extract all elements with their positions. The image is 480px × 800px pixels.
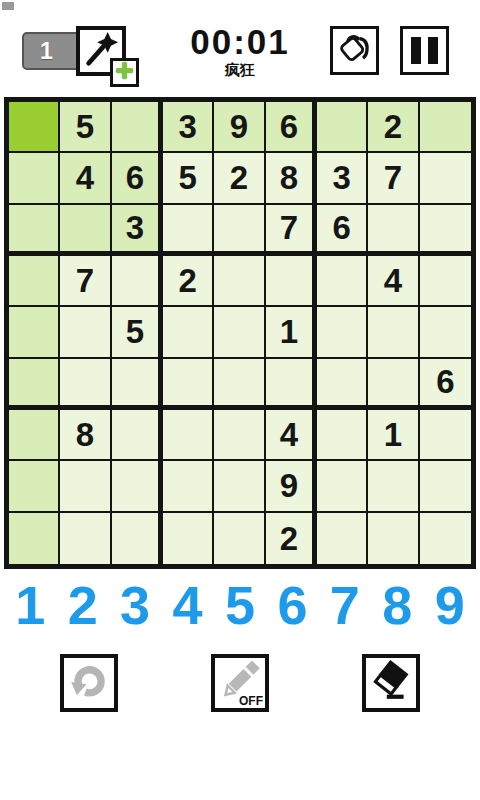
sudoku-cell-r8c5[interactable] xyxy=(214,461,265,512)
sudoku-cell-r1c8[interactable]: 2 xyxy=(368,102,419,153)
sudoku-cell-r6c2[interactable] xyxy=(60,359,111,410)
sudoku-cell-r4c9[interactable] xyxy=(420,256,471,307)
sudoku-cell-r9c9[interactable] xyxy=(420,513,471,564)
sudoku-cell-r3c6[interactable]: 7 xyxy=(266,205,317,256)
sudoku-cell-r2c1[interactable] xyxy=(9,153,60,204)
sudoku-cell-r7c7[interactable] xyxy=(317,410,368,461)
sudoku-cell-r2c8[interactable]: 7 xyxy=(368,153,419,204)
numpad-8[interactable]: 8 xyxy=(371,572,423,638)
sudoku-cell-r3c9[interactable] xyxy=(420,205,471,256)
sudoku-cell-r8c8[interactable] xyxy=(368,461,419,512)
sudoku-cell-r8c9[interactable] xyxy=(420,461,471,512)
sudoku-cell-r4c2[interactable]: 7 xyxy=(60,256,111,307)
sudoku-cell-r1c6[interactable]: 6 xyxy=(266,102,317,153)
sudoku-cell-r2c2[interactable]: 4 xyxy=(60,153,111,204)
sudoku-cell-r6c5[interactable] xyxy=(214,359,265,410)
numpad-1[interactable]: 1 xyxy=(4,572,56,638)
numpad-7[interactable]: 7 xyxy=(319,572,371,638)
sudoku-cell-r9c4[interactable] xyxy=(163,513,214,564)
sudoku-cell-r3c8[interactable] xyxy=(368,205,419,256)
undo-button[interactable] xyxy=(60,654,118,712)
numpad-6[interactable]: 6 xyxy=(266,572,318,638)
sudoku-cell-r2c3[interactable]: 6 xyxy=(112,153,163,204)
sudoku-cell-r4c1[interactable] xyxy=(9,256,60,307)
sudoku-cell-r9c7[interactable] xyxy=(317,513,368,564)
pencil-off-label: OFF xyxy=(239,695,263,707)
sudoku-cell-r6c8[interactable] xyxy=(368,359,419,410)
sudoku-cell-r3c4[interactable] xyxy=(163,205,214,256)
sudoku-app: { "game": "sudoku", "position": "0503960… xyxy=(0,0,480,800)
sudoku-cell-r5c1[interactable] xyxy=(9,307,60,358)
plus-icon xyxy=(114,60,135,85)
sudoku-cell-r6c9[interactable]: 6 xyxy=(420,359,471,410)
sudoku-cell-r7c9[interactable] xyxy=(420,410,471,461)
sudoku-cell-r5c4[interactable] xyxy=(163,307,214,358)
sudoku-cell-r7c5[interactable] xyxy=(214,410,265,461)
eraser-icon xyxy=(370,660,412,706)
sudoku-cell-r1c3[interactable] xyxy=(112,102,163,153)
sudoku-cell-r7c4[interactable] xyxy=(163,410,214,461)
sudoku-cell-r5c3[interactable]: 5 xyxy=(112,307,163,358)
sudoku-cell-r3c2[interactable] xyxy=(60,205,111,256)
sudoku-cell-r1c7[interactable] xyxy=(317,102,368,153)
sudoku-cell-r4c7[interactable] xyxy=(317,256,368,307)
sudoku-cell-r9c6[interactable]: 2 xyxy=(266,513,317,564)
sudoku-cell-r6c6[interactable] xyxy=(266,359,317,410)
sudoku-cell-r1c1[interactable] xyxy=(9,102,60,153)
sudoku-cell-r1c9[interactable] xyxy=(420,102,471,153)
numpad-3[interactable]: 3 xyxy=(109,572,161,638)
sudoku-grid: 53962465283737672451684192 xyxy=(4,97,476,569)
sudoku-cell-r8c2[interactable] xyxy=(60,461,111,512)
numpad-9[interactable]: 9 xyxy=(424,572,476,638)
sudoku-cell-r9c3[interactable] xyxy=(112,513,163,564)
sudoku-cell-r9c2[interactable] xyxy=(60,513,111,564)
sudoku-cell-r8c3[interactable] xyxy=(112,461,163,512)
paint-bucket-icon xyxy=(336,30,374,72)
sudoku-cell-r1c5[interactable]: 9 xyxy=(214,102,265,153)
sudoku-cell-r9c8[interactable] xyxy=(368,513,419,564)
add-hints-button[interactable] xyxy=(110,58,139,87)
pause-button[interactable] xyxy=(400,26,449,75)
sudoku-cell-r3c7[interactable]: 6 xyxy=(317,205,368,256)
undo-arrow-icon xyxy=(68,660,110,706)
sudoku-cell-r4c4[interactable]: 2 xyxy=(163,256,214,307)
sudoku-cell-r6c1[interactable] xyxy=(9,359,60,410)
sudoku-cell-r9c1[interactable] xyxy=(9,513,60,564)
sudoku-cell-r4c5[interactable] xyxy=(214,256,265,307)
sudoku-cell-r8c6[interactable]: 9 xyxy=(266,461,317,512)
sudoku-cell-r7c3[interactable] xyxy=(112,410,163,461)
sudoku-cell-r4c6[interactable] xyxy=(266,256,317,307)
sudoku-cell-r2c7[interactable]: 3 xyxy=(317,153,368,204)
sudoku-cell-r4c8[interactable]: 4 xyxy=(368,256,419,307)
sudoku-cell-r7c2[interactable]: 8 xyxy=(60,410,111,461)
numpad-2[interactable]: 2 xyxy=(56,572,108,638)
sudoku-cell-r6c7[interactable] xyxy=(317,359,368,410)
sudoku-cell-r6c4[interactable] xyxy=(163,359,214,410)
numpad-4[interactable]: 4 xyxy=(161,572,213,638)
sudoku-cell-r5c6[interactable]: 1 xyxy=(266,307,317,358)
sudoku-cell-r2c5[interactable]: 2 xyxy=(214,153,265,204)
sudoku-cell-r8c1[interactable] xyxy=(9,461,60,512)
sudoku-cell-r4c3[interactable] xyxy=(112,256,163,307)
sudoku-cell-r5c5[interactable] xyxy=(214,307,265,358)
sudoku-cell-r3c5[interactable] xyxy=(214,205,265,256)
sudoku-cell-r1c2[interactable]: 5 xyxy=(60,102,111,153)
status-bar-artifact xyxy=(2,2,14,10)
sudoku-cell-r9c5[interactable] xyxy=(214,513,265,564)
sudoku-cell-r5c9[interactable] xyxy=(420,307,471,358)
eraser-button[interactable] xyxy=(362,654,420,712)
sudoku-cell-r8c4[interactable] xyxy=(163,461,214,512)
sudoku-cell-r8c7[interactable] xyxy=(317,461,368,512)
sudoku-cell-r6c3[interactable] xyxy=(112,359,163,410)
numpad-5[interactable]: 5 xyxy=(214,572,266,638)
sudoku-cell-r3c1[interactable] xyxy=(9,205,60,256)
sudoku-cell-r5c7[interactable] xyxy=(317,307,368,358)
pencil-button[interactable]: OFF xyxy=(211,654,269,712)
sudoku-cell-r5c8[interactable] xyxy=(368,307,419,358)
number-pad: 123456789 xyxy=(0,572,480,638)
sudoku-cell-r2c4[interactable]: 5 xyxy=(163,153,214,204)
sudoku-cell-r7c8[interactable]: 1 xyxy=(368,410,419,461)
hint-counter: 1 xyxy=(22,32,81,70)
sudoku-cell-r1c4[interactable]: 3 xyxy=(163,102,214,153)
sudoku-cell-r7c6[interactable]: 4 xyxy=(266,410,317,461)
hint-count-value: 1 xyxy=(40,38,53,65)
sudoku-cell-r7c1[interactable] xyxy=(9,410,60,461)
pause-icon xyxy=(411,37,438,64)
bottom-controls: OFF xyxy=(0,654,480,712)
sudoku-cell-r2c9[interactable] xyxy=(420,153,471,204)
theme-button[interactable] xyxy=(330,26,379,75)
sudoku-cell-r5c2[interactable] xyxy=(60,307,111,358)
sudoku-cell-r3c3[interactable]: 3 xyxy=(112,205,163,256)
sudoku-cell-r2c6[interactable]: 8 xyxy=(266,153,317,204)
